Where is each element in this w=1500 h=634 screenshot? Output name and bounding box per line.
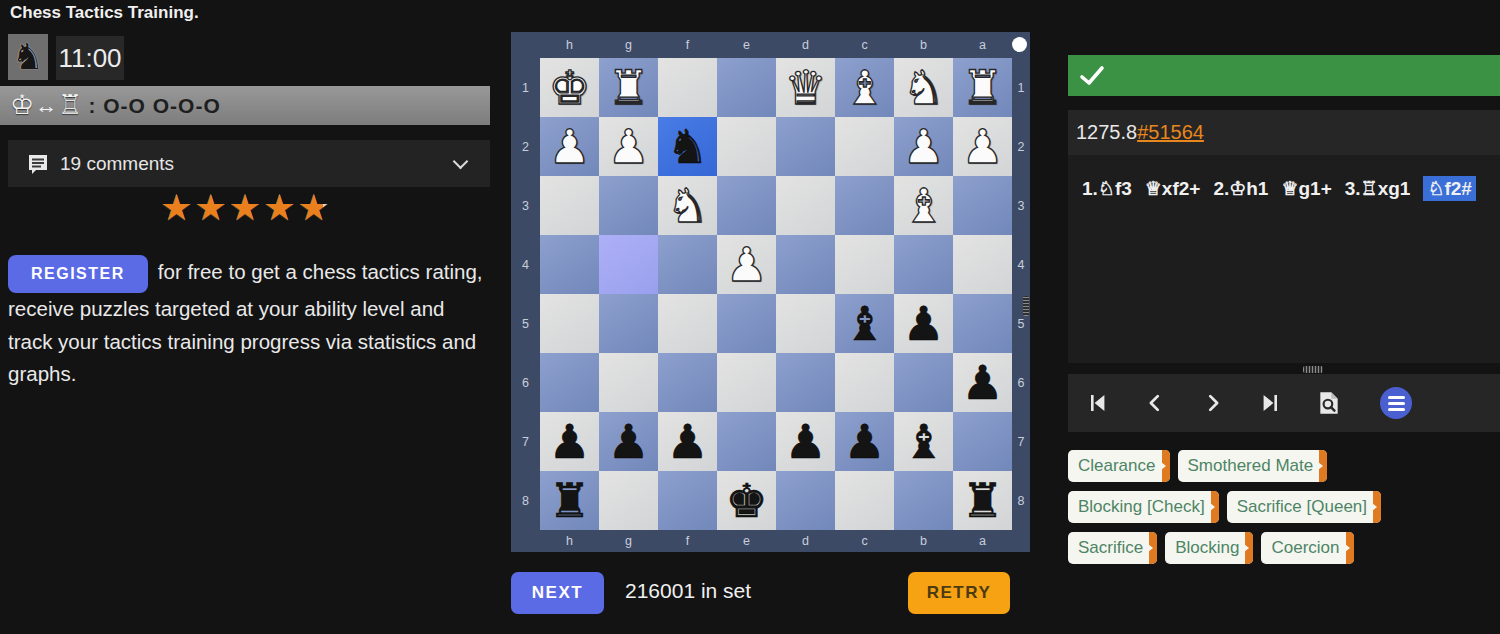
move-f2#[interactable]: ♘f2#	[1423, 176, 1476, 201]
hamburger-icon	[1388, 396, 1405, 399]
tag-label: Coercion	[1261, 532, 1345, 564]
square-d1[interactable]: ♛	[776, 58, 835, 117]
black-knight-f2[interactable]: ♞	[666, 123, 708, 170]
tag-label: Clearance	[1068, 450, 1162, 482]
tag-label: Blocking	[1165, 532, 1245, 564]
square-e2[interactable]	[717, 117, 776, 176]
tag-label: Blocking [Check]	[1068, 491, 1211, 523]
square-b8[interactable]	[894, 471, 953, 530]
tag-clearance[interactable]: Clearance	[1068, 450, 1170, 482]
square-f1[interactable]	[658, 58, 717, 117]
analysis-board-button[interactable]	[1316, 390, 1342, 416]
move-1f3[interactable]: 1.♘f3	[1082, 177, 1132, 200]
menu-button[interactable]	[1380, 387, 1412, 419]
page-title: Chess Tactics Training.	[10, 3, 199, 23]
square-a4[interactable]	[953, 235, 1012, 294]
square-h3[interactable]	[540, 176, 599, 235]
square-d3[interactable]	[776, 176, 835, 235]
black-pawn-f7[interactable]: ♟	[666, 418, 708, 465]
square-c5[interactable]: ♝	[835, 294, 894, 353]
black-pawn-c7[interactable]: ♟	[843, 418, 885, 465]
black-rook-h8[interactable]: ♜	[548, 477, 590, 524]
previous-move-button[interactable]	[1142, 390, 1168, 416]
square-f5[interactable]	[658, 294, 717, 353]
puzzle-tags: ClearanceSmothered MateBlocking [Check]S…	[1068, 450, 1500, 573]
star-1-icon[interactable]: ★★	[160, 190, 192, 226]
star-4-icon[interactable]: ★★	[263, 190, 295, 226]
square-g6[interactable]	[599, 353, 658, 412]
checkmark-icon	[1078, 62, 1106, 90]
square-c2[interactable]	[835, 117, 894, 176]
black-pawn-d7[interactable]: ♟	[784, 418, 826, 465]
tag-sacrifice[interactable]: Sacrifice	[1068, 532, 1157, 564]
square-d6[interactable]	[776, 353, 835, 412]
white-rook-g1[interactable]: ♜	[607, 64, 649, 111]
square-a1[interactable]: ♜	[953, 58, 1012, 117]
next-move-button[interactable]	[1200, 390, 1226, 416]
black-pawn-a6[interactable]: ♟	[961, 359, 1003, 406]
tag-blocking-check[interactable]: Blocking [Check]	[1068, 491, 1219, 523]
square-h6[interactable]	[540, 353, 599, 412]
square-c8[interactable]	[835, 471, 894, 530]
white-pawn-h2[interactable]: ♟	[548, 123, 590, 170]
knight-avatar-icon: ♞	[12, 39, 44, 75]
tag-vote-bar[interactable]	[1245, 532, 1253, 564]
castling-rights-label: : O-O O-O-O	[88, 94, 220, 118]
square-e7[interactable]	[717, 412, 776, 471]
board-squares[interactable]: ♚♜♛♝♞♜♟♟♞♟♟♞♝♟♝♟♟♟♟♟♟♟♝♜♚♜	[540, 58, 1012, 530]
rank-labels-right: 12345678	[1012, 58, 1030, 530]
square-a8[interactable]: ♜	[953, 471, 1012, 530]
comment-bubble-icon	[26, 152, 50, 176]
square-e3[interactable]	[717, 176, 776, 235]
white-king-h1[interactable]: ♚	[548, 64, 590, 111]
next-button[interactable]: NEXT	[511, 572, 604, 614]
white-pawn-b2[interactable]: ♟	[902, 123, 944, 170]
white-knight-f3[interactable]: ♞	[666, 182, 708, 229]
tag-smothered-mate[interactable]: Smothered Mate	[1178, 450, 1328, 482]
square-a5[interactable]	[953, 294, 1012, 353]
square-h8[interactable]: ♜	[540, 471, 599, 530]
star-3-icon[interactable]: ★★	[229, 190, 261, 226]
black-king-e8[interactable]: ♚	[725, 477, 767, 524]
chess-board[interactable]: hgfedcba 12345678 12345678 hgfedcba ♚♜♛♝…	[511, 32, 1030, 552]
square-d7[interactable]: ♟	[776, 412, 835, 471]
square-b2[interactable]: ♟	[894, 117, 953, 176]
move-3xg1[interactable]: 3.♖xg1	[1345, 177, 1411, 200]
castling-info-bar: ♔ ↔ ♖ : O-O O-O-O	[0, 86, 490, 125]
black-bishop-c5[interactable]: ♝	[843, 300, 885, 347]
square-g8[interactable]	[599, 471, 658, 530]
square-e4[interactable]: ♟	[717, 235, 776, 294]
white-queen-d1[interactable]: ♛	[784, 64, 826, 111]
move-xf2+[interactable]: ♕xf2+	[1145, 177, 1201, 200]
square-h4[interactable]	[540, 235, 599, 294]
black-pawn-g7[interactable]: ♟	[607, 418, 649, 465]
black-rook-a8[interactable]: ♜	[961, 477, 1003, 524]
move-navigation-bar	[1068, 374, 1500, 432]
square-g1[interactable]: ♜	[599, 58, 658, 117]
puzzle-star-rating[interactable]: ★★★★★★★★★★	[0, 190, 490, 226]
white-pawn-a2[interactable]: ♟	[961, 123, 1003, 170]
timer: 11:00	[56, 36, 124, 80]
square-h5[interactable]	[540, 294, 599, 353]
white-pawn-g2[interactable]: ♟	[607, 123, 649, 170]
square-f3[interactable]: ♞	[658, 176, 717, 235]
star-2-icon[interactable]: ★★	[195, 190, 227, 226]
white-bishop-c1[interactable]: ♝	[843, 64, 885, 111]
move-g1+[interactable]: ♕g1+	[1281, 177, 1331, 200]
square-b7[interactable]: ♝	[894, 412, 953, 471]
panel-resize-grip[interactable]	[1303, 366, 1323, 373]
square-c6[interactable]	[835, 353, 894, 412]
white-knight-b1[interactable]: ♞	[902, 64, 944, 111]
puzzle-id-link[interactable]: #51564	[1137, 121, 1204, 144]
set-count-label: 216001 in set	[625, 579, 751, 603]
square-g5[interactable]	[599, 294, 658, 353]
square-f6[interactable]	[658, 353, 717, 412]
black-pawn-b5[interactable]: ♟	[902, 300, 944, 347]
result-success-bar	[1068, 55, 1500, 96]
move-2h1[interactable]: 2.♔h1	[1213, 177, 1268, 200]
file-labels-bottom: hgfedcba	[540, 530, 1012, 552]
square-b6[interactable]	[894, 353, 953, 412]
black-pawn-h7[interactable]: ♟	[548, 418, 590, 465]
square-b1[interactable]: ♞	[894, 58, 953, 117]
white-rook-icon: ♖	[58, 92, 82, 119]
square-h1[interactable]: ♚	[540, 58, 599, 117]
square-f8[interactable]	[658, 471, 717, 530]
tactics-rating-value: 1275.8	[1076, 121, 1137, 144]
square-d5[interactable]	[776, 294, 835, 353]
tag-label: Smothered Mate	[1178, 450, 1320, 482]
square-d2[interactable]	[776, 117, 835, 176]
white-pawn-e4[interactable]: ♟	[725, 241, 767, 288]
chevron-down-icon	[453, 153, 469, 169]
first-move-button[interactable]	[1084, 390, 1110, 416]
retry-button[interactable]: RETRY	[908, 572, 1010, 614]
square-f7[interactable]: ♟	[658, 412, 717, 471]
square-d8[interactable]	[776, 471, 835, 530]
square-e1[interactable]	[717, 58, 776, 117]
register-button[interactable]: REGISTER	[8, 255, 148, 293]
last-move-button[interactable]	[1258, 390, 1284, 416]
left-right-arrow-icon: ↔	[35, 93, 57, 119]
side-to-move-indicator	[1012, 37, 1027, 52]
tag-label: Sacrifice [Queen]	[1227, 491, 1373, 523]
white-king-icon: ♔	[10, 92, 34, 119]
square-e8[interactable]: ♚	[717, 471, 776, 530]
square-g4[interactable]	[599, 235, 658, 294]
tag-coercion[interactable]: Coercion	[1261, 532, 1353, 564]
square-d4[interactable]	[776, 235, 835, 294]
register-blurb: REGISTERfor free to get a chess tactics …	[8, 255, 488, 391]
white-bishop-b3[interactable]: ♝	[902, 182, 944, 229]
square-c7[interactable]: ♟	[835, 412, 894, 471]
square-c3[interactable]	[835, 176, 894, 235]
tag-vote-bar[interactable]	[1162, 450, 1170, 482]
square-b5[interactable]: ♟	[894, 294, 953, 353]
square-f4[interactable]	[658, 235, 717, 294]
tag-sacrifice-queen[interactable]: Sacrifice [Queen]	[1227, 491, 1381, 523]
square-h2[interactable]: ♟	[540, 117, 599, 176]
comments-toggle[interactable]: 19 comments	[8, 140, 490, 187]
square-c4[interactable]	[835, 235, 894, 294]
move-list[interactable]: 1.♘f3♕xf2+2.♔h1♕g1+3.♖xg1♘f2#	[1068, 155, 1500, 363]
star-5-icon[interactable]: ★★	[297, 190, 329, 226]
square-c1[interactable]: ♝	[835, 58, 894, 117]
comments-count-label: 19 comments	[60, 153, 455, 175]
square-a7[interactable]	[953, 412, 1012, 471]
tag-blocking[interactable]: Blocking	[1165, 532, 1253, 564]
square-f2[interactable]: ♞	[658, 117, 717, 176]
tag-vote-bar[interactable]	[1319, 450, 1327, 482]
tag-vote-bar[interactable]	[1211, 491, 1219, 523]
file-labels-top: hgfedcba	[540, 32, 1012, 58]
tag-label: Sacrifice	[1068, 532, 1149, 564]
white-rook-a1[interactable]: ♜	[961, 64, 1003, 111]
tag-vote-bar[interactable]	[1149, 532, 1157, 564]
square-e5[interactable]	[717, 294, 776, 353]
board-resize-grip[interactable]	[1023, 296, 1029, 316]
square-e6[interactable]	[717, 353, 776, 412]
tag-vote-bar[interactable]	[1346, 532, 1354, 564]
square-a6[interactable]: ♟	[953, 353, 1012, 412]
black-bishop-b7[interactable]: ♝	[902, 418, 944, 465]
tag-vote-bar[interactable]	[1373, 491, 1381, 523]
square-g3[interactable]	[599, 176, 658, 235]
rank-labels-left: 12345678	[511, 58, 540, 530]
square-g2[interactable]: ♟	[599, 117, 658, 176]
square-b4[interactable]	[894, 235, 953, 294]
square-g7[interactable]: ♟	[599, 412, 658, 471]
square-a2[interactable]: ♟	[953, 117, 1012, 176]
square-h7[interactable]: ♟	[540, 412, 599, 471]
square-a3[interactable]	[953, 176, 1012, 235]
square-b3[interactable]: ♝	[894, 176, 953, 235]
rating-row: 1275.8#51564	[1068, 110, 1500, 155]
player-avatar[interactable]: ♞	[8, 34, 48, 80]
